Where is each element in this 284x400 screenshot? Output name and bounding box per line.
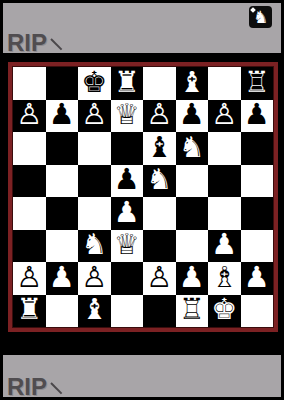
square-f6[interactable]: ♞ xyxy=(176,132,209,165)
square-b5[interactable] xyxy=(46,165,79,198)
square-a1[interactable]: ♜ xyxy=(13,295,46,328)
square-e5[interactable]: ♞ xyxy=(143,165,176,198)
square-e2[interactable]: ♙ xyxy=(143,262,176,295)
piece-wN[interactable]: ♞ xyxy=(81,230,107,259)
square-d1[interactable] xyxy=(111,295,144,328)
piece-wP[interactable]: ♟ xyxy=(49,263,75,292)
square-g5[interactable] xyxy=(208,165,241,198)
top-bar: RIP ♞ xyxy=(0,0,284,58)
square-b2[interactable]: ♟ xyxy=(46,262,79,295)
piece-wP[interactable]: ♙ xyxy=(81,263,107,292)
piece-bP[interactable]: ♟ xyxy=(49,100,75,129)
square-h1[interactable] xyxy=(241,295,274,328)
piece-wQ[interactable]: ♕ xyxy=(114,230,140,259)
piece-wK[interactable]: ♚ xyxy=(211,295,237,324)
square-g7[interactable]: ♙ xyxy=(208,100,241,133)
square-d8[interactable]: ♜ xyxy=(111,67,144,100)
footer-slash-decoration xyxy=(50,382,62,394)
knight-icon[interactable]: ♞ xyxy=(249,6,272,28)
square-f1[interactable]: ♖ xyxy=(176,295,209,328)
square-b3[interactable] xyxy=(46,230,79,263)
piece-bP[interactable]: ♙ xyxy=(211,100,237,129)
square-e7[interactable]: ♙ xyxy=(143,100,176,133)
piece-wP[interactable]: ♟ xyxy=(114,198,140,227)
square-h6[interactable] xyxy=(241,132,274,165)
square-c5[interactable] xyxy=(78,165,111,198)
piece-bP[interactable]: ♟ xyxy=(114,165,140,194)
piece-wB[interactable]: ♝ xyxy=(81,295,107,324)
piece-bP[interactable]: ♙ xyxy=(16,100,42,129)
square-b7[interactable]: ♟ xyxy=(46,100,79,133)
piece-bP[interactable]: ♟ xyxy=(244,100,270,129)
square-c4[interactable] xyxy=(78,197,111,230)
square-f8[interactable]: ♝ xyxy=(176,67,209,100)
square-c8[interactable]: ♚ xyxy=(78,67,111,100)
piece-bP[interactable]: ♙ xyxy=(81,100,107,129)
square-a8[interactable] xyxy=(13,67,46,100)
footer-title: RIP xyxy=(7,375,47,399)
knight-glyph: ♞ xyxy=(253,9,268,26)
piece-bP[interactable]: ♙ xyxy=(146,100,172,129)
app-title: RIP xyxy=(7,31,47,55)
square-f2[interactable]: ♟ xyxy=(176,262,209,295)
piece-wN[interactable]: ♞ xyxy=(146,165,172,194)
square-f7[interactable]: ♟ xyxy=(176,100,209,133)
piece-bR[interactable]: ♖ xyxy=(244,68,270,97)
square-d2[interactable] xyxy=(111,262,144,295)
piece-bK[interactable]: ♚ xyxy=(81,68,107,97)
piece-wR[interactable]: ♜ xyxy=(16,295,42,324)
square-d4[interactable]: ♟ xyxy=(111,197,144,230)
square-h4[interactable] xyxy=(241,197,274,230)
square-c3[interactable]: ♞ xyxy=(78,230,111,263)
board-frame: ♚♜♝♖♙♟♙♕♙♟♙♟♝♞♟♞♟♞♕♟♙♟♙♙♟♗♟♜♝♖♚ xyxy=(8,62,278,332)
square-e3[interactable] xyxy=(143,230,176,263)
square-a3[interactable] xyxy=(13,230,46,263)
piece-wP[interactable]: ♟ xyxy=(244,263,270,292)
chess-board: ♚♜♝♖♙♟♙♕♙♟♙♟♝♞♟♞♟♞♕♟♙♟♙♙♟♗♟♜♝♖♚ xyxy=(13,67,273,327)
square-d7[interactable]: ♕ xyxy=(111,100,144,133)
square-b8[interactable] xyxy=(46,67,79,100)
piece-bP[interactable]: ♟ xyxy=(179,100,205,129)
square-e1[interactable] xyxy=(143,295,176,328)
square-a6[interactable] xyxy=(13,132,46,165)
square-g8[interactable] xyxy=(208,67,241,100)
square-f4[interactable] xyxy=(176,197,209,230)
square-d3[interactable]: ♕ xyxy=(111,230,144,263)
title-slash-decoration xyxy=(50,38,62,50)
piece-wB[interactable]: ♗ xyxy=(211,263,237,292)
square-g4[interactable] xyxy=(208,197,241,230)
square-a7[interactable]: ♙ xyxy=(13,100,46,133)
square-c1[interactable]: ♝ xyxy=(78,295,111,328)
square-f3[interactable] xyxy=(176,230,209,263)
square-e8[interactable] xyxy=(143,67,176,100)
square-h2[interactable]: ♟ xyxy=(241,262,274,295)
piece-wN[interactable]: ♞ xyxy=(179,133,205,162)
square-e4[interactable] xyxy=(143,197,176,230)
top-bar-surface: RIP ♞ xyxy=(3,3,281,53)
square-c7[interactable]: ♙ xyxy=(78,100,111,133)
square-g6[interactable] xyxy=(208,132,241,165)
bottom-bar-surface: RIP xyxy=(3,355,281,397)
piece-wP[interactable]: ♙ xyxy=(146,263,172,292)
square-c6[interactable] xyxy=(78,132,111,165)
square-a2[interactable]: ♙ xyxy=(13,262,46,295)
square-b4[interactable] xyxy=(46,197,79,230)
square-c2[interactable]: ♙ xyxy=(78,262,111,295)
square-d6[interactable] xyxy=(111,132,144,165)
square-b1[interactable] xyxy=(46,295,79,328)
square-e6[interactable]: ♝ xyxy=(143,132,176,165)
piece-wP[interactable]: ♟ xyxy=(211,230,237,259)
piece-wP[interactable]: ♙ xyxy=(16,263,42,292)
square-g2[interactable]: ♗ xyxy=(208,262,241,295)
square-a4[interactable] xyxy=(13,197,46,230)
piece-wQ[interactable]: ♕ xyxy=(114,100,140,129)
piece-bB[interactable]: ♝ xyxy=(146,133,172,162)
piece-wP[interactable]: ♟ xyxy=(179,263,205,292)
square-f5[interactable] xyxy=(176,165,209,198)
bottom-bar: RIP xyxy=(0,352,284,400)
square-a5[interactable] xyxy=(13,165,46,198)
square-b6[interactable] xyxy=(46,132,79,165)
square-g3[interactable]: ♟ xyxy=(208,230,241,263)
piece-wR[interactable]: ♖ xyxy=(179,295,205,324)
square-h5[interactable] xyxy=(241,165,274,198)
square-d5[interactable]: ♟ xyxy=(111,165,144,198)
square-h7[interactable]: ♟ xyxy=(241,100,274,133)
piece-wR[interactable]: ♜ xyxy=(114,68,140,97)
piece-wB[interactable]: ♝ xyxy=(179,68,205,97)
phone-screen: RIP ♞ ♚♜♝♖♙♟♙♕♙♟♙♟♝♞♟♞♟♞♕♟♙♟♙♙♟♗♟♜♝♖♚ RI… xyxy=(0,0,284,400)
square-g1[interactable]: ♚ xyxy=(208,295,241,328)
square-h3[interactable] xyxy=(241,230,274,263)
square-h8[interactable]: ♖ xyxy=(241,67,274,100)
